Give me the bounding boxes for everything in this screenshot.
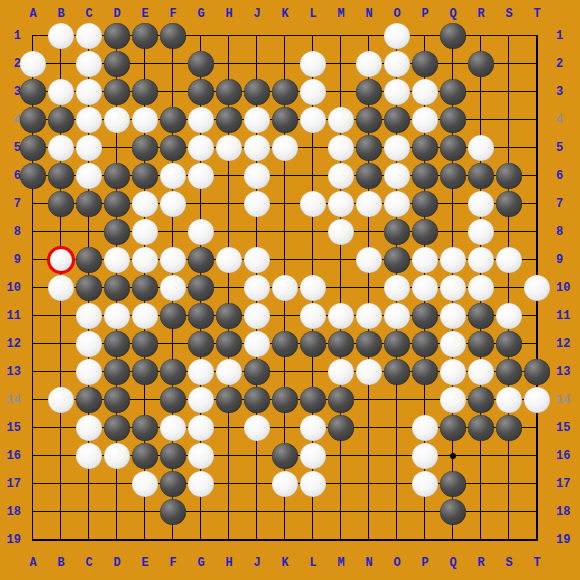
intersection-O9[interactable] bbox=[383, 246, 411, 274]
intersection-H9[interactable] bbox=[215, 246, 243, 274]
intersection-T12[interactable] bbox=[523, 330, 551, 358]
intersection-B18[interactable] bbox=[47, 498, 75, 526]
intersection-O5[interactable] bbox=[383, 134, 411, 162]
intersection-O8[interactable] bbox=[383, 218, 411, 246]
intersection-F10[interactable] bbox=[159, 274, 187, 302]
intersection-N12[interactable] bbox=[355, 330, 383, 358]
intersection-G13[interactable] bbox=[187, 358, 215, 386]
intersection-C14[interactable] bbox=[75, 386, 103, 414]
intersection-H12[interactable] bbox=[215, 330, 243, 358]
intersection-B13[interactable] bbox=[47, 358, 75, 386]
intersection-F6[interactable] bbox=[159, 162, 187, 190]
intersection-C9[interactable] bbox=[75, 246, 103, 274]
intersection-A4[interactable] bbox=[19, 106, 47, 134]
intersection-R10[interactable] bbox=[467, 274, 495, 302]
intersection-E16[interactable] bbox=[131, 442, 159, 470]
intersection-B2[interactable] bbox=[47, 50, 75, 78]
intersection-C15[interactable] bbox=[75, 414, 103, 442]
intersection-S14[interactable] bbox=[495, 386, 523, 414]
intersection-J17[interactable] bbox=[243, 470, 271, 498]
intersection-J11[interactable] bbox=[243, 302, 271, 330]
intersection-T2[interactable] bbox=[523, 50, 551, 78]
intersection-E8[interactable] bbox=[131, 218, 159, 246]
intersection-P5[interactable] bbox=[411, 134, 439, 162]
intersection-C18[interactable] bbox=[75, 498, 103, 526]
intersection-K16[interactable] bbox=[271, 442, 299, 470]
intersection-A13[interactable] bbox=[19, 358, 47, 386]
intersection-J3[interactable] bbox=[243, 78, 271, 106]
intersection-G2[interactable] bbox=[187, 50, 215, 78]
intersection-J14[interactable] bbox=[243, 386, 271, 414]
intersection-K6[interactable] bbox=[271, 162, 299, 190]
intersection-J7[interactable] bbox=[243, 190, 271, 218]
intersection-B10[interactable] bbox=[47, 274, 75, 302]
intersection-H5[interactable] bbox=[215, 134, 243, 162]
intersection-L1[interactable] bbox=[299, 22, 327, 50]
intersection-D13[interactable] bbox=[103, 358, 131, 386]
intersection-O7[interactable] bbox=[383, 190, 411, 218]
intersection-D5[interactable] bbox=[103, 134, 131, 162]
intersection-E12[interactable] bbox=[131, 330, 159, 358]
intersection-B4[interactable] bbox=[47, 106, 75, 134]
intersection-K5[interactable] bbox=[271, 134, 299, 162]
intersection-S4[interactable] bbox=[495, 106, 523, 134]
intersection-Q14[interactable] bbox=[439, 386, 467, 414]
intersection-R15[interactable] bbox=[467, 414, 495, 442]
intersection-R4[interactable] bbox=[467, 106, 495, 134]
intersection-H3[interactable] bbox=[215, 78, 243, 106]
intersection-H19[interactable] bbox=[215, 526, 243, 554]
intersection-D19[interactable] bbox=[103, 526, 131, 554]
intersection-Q10[interactable] bbox=[439, 274, 467, 302]
intersection-J6[interactable] bbox=[243, 162, 271, 190]
intersection-R12[interactable] bbox=[467, 330, 495, 358]
intersection-D18[interactable] bbox=[103, 498, 131, 526]
intersection-N13[interactable] bbox=[355, 358, 383, 386]
intersection-O13[interactable] bbox=[383, 358, 411, 386]
intersection-N10[interactable] bbox=[355, 274, 383, 302]
intersection-D1[interactable] bbox=[103, 22, 131, 50]
intersection-H15[interactable] bbox=[215, 414, 243, 442]
intersection-H2[interactable] bbox=[215, 50, 243, 78]
intersection-E11[interactable] bbox=[131, 302, 159, 330]
intersection-O1[interactable] bbox=[383, 22, 411, 50]
intersection-F8[interactable] bbox=[159, 218, 187, 246]
intersection-Q4[interactable] bbox=[439, 106, 467, 134]
intersection-T19[interactable] bbox=[523, 526, 551, 554]
intersection-T15[interactable] bbox=[523, 414, 551, 442]
intersection-M19[interactable] bbox=[327, 526, 355, 554]
intersection-M6[interactable] bbox=[327, 162, 355, 190]
intersection-M15[interactable] bbox=[327, 414, 355, 442]
intersection-B17[interactable] bbox=[47, 470, 75, 498]
intersection-S16[interactable] bbox=[495, 442, 523, 470]
intersection-O19[interactable] bbox=[383, 526, 411, 554]
intersection-P14[interactable] bbox=[411, 386, 439, 414]
intersection-C3[interactable] bbox=[75, 78, 103, 106]
intersection-P19[interactable] bbox=[411, 526, 439, 554]
intersection-O6[interactable] bbox=[383, 162, 411, 190]
intersection-C1[interactable] bbox=[75, 22, 103, 50]
intersection-T13[interactable] bbox=[523, 358, 551, 386]
intersection-A5[interactable] bbox=[19, 134, 47, 162]
intersection-M2[interactable] bbox=[327, 50, 355, 78]
intersection-J15[interactable] bbox=[243, 414, 271, 442]
intersection-H14[interactable] bbox=[215, 386, 243, 414]
intersection-O14[interactable] bbox=[383, 386, 411, 414]
intersection-A16[interactable] bbox=[19, 442, 47, 470]
intersection-D10[interactable] bbox=[103, 274, 131, 302]
intersection-H6[interactable] bbox=[215, 162, 243, 190]
intersection-L7[interactable] bbox=[299, 190, 327, 218]
intersection-E7[interactable] bbox=[131, 190, 159, 218]
intersection-C13[interactable] bbox=[75, 358, 103, 386]
intersection-F16[interactable] bbox=[159, 442, 187, 470]
intersection-S13[interactable] bbox=[495, 358, 523, 386]
intersection-T5[interactable] bbox=[523, 134, 551, 162]
intersection-O18[interactable] bbox=[383, 498, 411, 526]
intersection-M3[interactable] bbox=[327, 78, 355, 106]
intersection-L5[interactable] bbox=[299, 134, 327, 162]
intersection-G17[interactable] bbox=[187, 470, 215, 498]
intersection-B8[interactable] bbox=[47, 218, 75, 246]
intersection-T4[interactable] bbox=[523, 106, 551, 134]
intersection-T1[interactable] bbox=[523, 22, 551, 50]
intersection-F19[interactable] bbox=[159, 526, 187, 554]
intersection-T6[interactable] bbox=[523, 162, 551, 190]
intersection-M17[interactable] bbox=[327, 470, 355, 498]
intersection-S18[interactable] bbox=[495, 498, 523, 526]
intersection-E5[interactable] bbox=[131, 134, 159, 162]
intersection-B14[interactable] bbox=[47, 386, 75, 414]
intersection-P17[interactable] bbox=[411, 470, 439, 498]
intersection-C8[interactable] bbox=[75, 218, 103, 246]
intersection-O12[interactable] bbox=[383, 330, 411, 358]
intersection-R18[interactable] bbox=[467, 498, 495, 526]
intersection-E14[interactable] bbox=[131, 386, 159, 414]
intersection-K15[interactable] bbox=[271, 414, 299, 442]
intersection-R2[interactable] bbox=[467, 50, 495, 78]
intersection-L15[interactable] bbox=[299, 414, 327, 442]
intersection-F7[interactable] bbox=[159, 190, 187, 218]
intersection-J12[interactable] bbox=[243, 330, 271, 358]
intersection-S12[interactable] bbox=[495, 330, 523, 358]
intersection-B19[interactable] bbox=[47, 526, 75, 554]
intersection-L11[interactable] bbox=[299, 302, 327, 330]
intersection-M8[interactable] bbox=[327, 218, 355, 246]
intersection-C5[interactable] bbox=[75, 134, 103, 162]
intersection-C6[interactable] bbox=[75, 162, 103, 190]
intersection-P13[interactable] bbox=[411, 358, 439, 386]
intersection-F13[interactable] bbox=[159, 358, 187, 386]
intersection-A3[interactable] bbox=[19, 78, 47, 106]
intersection-P2[interactable] bbox=[411, 50, 439, 78]
intersection-Q5[interactable] bbox=[439, 134, 467, 162]
intersection-S9[interactable] bbox=[495, 246, 523, 274]
intersection-A7[interactable] bbox=[19, 190, 47, 218]
intersection-A12[interactable] bbox=[19, 330, 47, 358]
intersection-M9[interactable] bbox=[327, 246, 355, 274]
intersection-N16[interactable] bbox=[355, 442, 383, 470]
intersection-P12[interactable] bbox=[411, 330, 439, 358]
intersection-H8[interactable] bbox=[215, 218, 243, 246]
intersection-L16[interactable] bbox=[299, 442, 327, 470]
intersection-A15[interactable] bbox=[19, 414, 47, 442]
intersection-C11[interactable] bbox=[75, 302, 103, 330]
intersection-C7[interactable] bbox=[75, 190, 103, 218]
intersection-N7[interactable] bbox=[355, 190, 383, 218]
intersection-R17[interactable] bbox=[467, 470, 495, 498]
intersection-C10[interactable] bbox=[75, 274, 103, 302]
intersection-J5[interactable] bbox=[243, 134, 271, 162]
intersection-Q2[interactable] bbox=[439, 50, 467, 78]
intersection-H18[interactable] bbox=[215, 498, 243, 526]
intersection-R8[interactable] bbox=[467, 218, 495, 246]
intersection-A2[interactable] bbox=[19, 50, 47, 78]
intersection-E2[interactable] bbox=[131, 50, 159, 78]
intersection-H16[interactable] bbox=[215, 442, 243, 470]
intersection-Q1[interactable] bbox=[439, 22, 467, 50]
intersection-B1[interactable] bbox=[47, 22, 75, 50]
board-intersections[interactable] bbox=[19, 22, 551, 554]
intersection-D14[interactable] bbox=[103, 386, 131, 414]
intersection-F18[interactable] bbox=[159, 498, 187, 526]
intersection-M12[interactable] bbox=[327, 330, 355, 358]
intersection-A19[interactable] bbox=[19, 526, 47, 554]
intersection-Q19[interactable] bbox=[439, 526, 467, 554]
intersection-C2[interactable] bbox=[75, 50, 103, 78]
intersection-E1[interactable] bbox=[131, 22, 159, 50]
intersection-A17[interactable] bbox=[19, 470, 47, 498]
intersection-H13[interactable] bbox=[215, 358, 243, 386]
intersection-D11[interactable] bbox=[103, 302, 131, 330]
intersection-J13[interactable] bbox=[243, 358, 271, 386]
intersection-Q15[interactable] bbox=[439, 414, 467, 442]
intersection-L8[interactable] bbox=[299, 218, 327, 246]
intersection-T17[interactable] bbox=[523, 470, 551, 498]
intersection-L9[interactable] bbox=[299, 246, 327, 274]
intersection-N2[interactable] bbox=[355, 50, 383, 78]
intersection-Q18[interactable] bbox=[439, 498, 467, 526]
intersection-O4[interactable] bbox=[383, 106, 411, 134]
intersection-D7[interactable] bbox=[103, 190, 131, 218]
intersection-K13[interactable] bbox=[271, 358, 299, 386]
intersection-N8[interactable] bbox=[355, 218, 383, 246]
intersection-S7[interactable] bbox=[495, 190, 523, 218]
intersection-C19[interactable] bbox=[75, 526, 103, 554]
intersection-E19[interactable] bbox=[131, 526, 159, 554]
intersection-T8[interactable] bbox=[523, 218, 551, 246]
intersection-N6[interactable] bbox=[355, 162, 383, 190]
intersection-O17[interactable] bbox=[383, 470, 411, 498]
intersection-P8[interactable] bbox=[411, 218, 439, 246]
intersection-D17[interactable] bbox=[103, 470, 131, 498]
intersection-P15[interactable] bbox=[411, 414, 439, 442]
intersection-P16[interactable] bbox=[411, 442, 439, 470]
intersection-T16[interactable] bbox=[523, 442, 551, 470]
intersection-N17[interactable] bbox=[355, 470, 383, 498]
intersection-S17[interactable] bbox=[495, 470, 523, 498]
intersection-P7[interactable] bbox=[411, 190, 439, 218]
intersection-J9[interactable] bbox=[243, 246, 271, 274]
intersection-F17[interactable] bbox=[159, 470, 187, 498]
intersection-B5[interactable] bbox=[47, 134, 75, 162]
intersection-F14[interactable] bbox=[159, 386, 187, 414]
intersection-N1[interactable] bbox=[355, 22, 383, 50]
intersection-J19[interactable] bbox=[243, 526, 271, 554]
intersection-T7[interactable] bbox=[523, 190, 551, 218]
intersection-C16[interactable] bbox=[75, 442, 103, 470]
intersection-R1[interactable] bbox=[467, 22, 495, 50]
intersection-K17[interactable] bbox=[271, 470, 299, 498]
intersection-P9[interactable] bbox=[411, 246, 439, 274]
intersection-C17[interactable] bbox=[75, 470, 103, 498]
intersection-B16[interactable] bbox=[47, 442, 75, 470]
intersection-N5[interactable] bbox=[355, 134, 383, 162]
intersection-J16[interactable] bbox=[243, 442, 271, 470]
intersection-S1[interactable] bbox=[495, 22, 523, 50]
intersection-E9[interactable] bbox=[131, 246, 159, 274]
intersection-B7[interactable] bbox=[47, 190, 75, 218]
intersection-Q11[interactable] bbox=[439, 302, 467, 330]
intersection-M10[interactable] bbox=[327, 274, 355, 302]
intersection-S10[interactable] bbox=[495, 274, 523, 302]
intersection-T9[interactable] bbox=[523, 246, 551, 274]
intersection-Q6[interactable] bbox=[439, 162, 467, 190]
intersection-F12[interactable] bbox=[159, 330, 187, 358]
intersection-T3[interactable] bbox=[523, 78, 551, 106]
intersection-G14[interactable] bbox=[187, 386, 215, 414]
intersection-Q13[interactable] bbox=[439, 358, 467, 386]
intersection-J4[interactable] bbox=[243, 106, 271, 134]
intersection-A8[interactable] bbox=[19, 218, 47, 246]
intersection-F2[interactable] bbox=[159, 50, 187, 78]
intersection-L18[interactable] bbox=[299, 498, 327, 526]
intersection-K18[interactable] bbox=[271, 498, 299, 526]
intersection-K11[interactable] bbox=[271, 302, 299, 330]
intersection-O3[interactable] bbox=[383, 78, 411, 106]
intersection-M7[interactable] bbox=[327, 190, 355, 218]
intersection-P4[interactable] bbox=[411, 106, 439, 134]
intersection-O15[interactable] bbox=[383, 414, 411, 442]
intersection-K7[interactable] bbox=[271, 190, 299, 218]
intersection-H4[interactable] bbox=[215, 106, 243, 134]
intersection-D6[interactable] bbox=[103, 162, 131, 190]
intersection-J1[interactable] bbox=[243, 22, 271, 50]
intersection-K12[interactable] bbox=[271, 330, 299, 358]
intersection-S15[interactable] bbox=[495, 414, 523, 442]
intersection-G4[interactable] bbox=[187, 106, 215, 134]
intersection-N15[interactable] bbox=[355, 414, 383, 442]
intersection-O11[interactable] bbox=[383, 302, 411, 330]
intersection-K4[interactable] bbox=[271, 106, 299, 134]
intersection-M11[interactable] bbox=[327, 302, 355, 330]
intersection-G9[interactable] bbox=[187, 246, 215, 274]
intersection-S19[interactable] bbox=[495, 526, 523, 554]
intersection-C4[interactable] bbox=[75, 106, 103, 134]
intersection-S3[interactable] bbox=[495, 78, 523, 106]
intersection-O2[interactable] bbox=[383, 50, 411, 78]
intersection-R11[interactable] bbox=[467, 302, 495, 330]
intersection-D16[interactable] bbox=[103, 442, 131, 470]
intersection-D8[interactable] bbox=[103, 218, 131, 246]
intersection-R19[interactable] bbox=[467, 526, 495, 554]
intersection-D4[interactable] bbox=[103, 106, 131, 134]
intersection-P6[interactable] bbox=[411, 162, 439, 190]
intersection-R7[interactable] bbox=[467, 190, 495, 218]
intersection-G16[interactable] bbox=[187, 442, 215, 470]
intersection-D12[interactable] bbox=[103, 330, 131, 358]
intersection-P11[interactable] bbox=[411, 302, 439, 330]
intersection-E15[interactable] bbox=[131, 414, 159, 442]
intersection-R16[interactable] bbox=[467, 442, 495, 470]
intersection-L6[interactable] bbox=[299, 162, 327, 190]
intersection-Q17[interactable] bbox=[439, 470, 467, 498]
intersection-N18[interactable] bbox=[355, 498, 383, 526]
intersection-F1[interactable] bbox=[159, 22, 187, 50]
intersection-L14[interactable] bbox=[299, 386, 327, 414]
intersection-R14[interactable] bbox=[467, 386, 495, 414]
intersection-E10[interactable] bbox=[131, 274, 159, 302]
intersection-E3[interactable] bbox=[131, 78, 159, 106]
intersection-G12[interactable] bbox=[187, 330, 215, 358]
intersection-A9[interactable] bbox=[19, 246, 47, 274]
intersection-T18[interactable] bbox=[523, 498, 551, 526]
intersection-G1[interactable] bbox=[187, 22, 215, 50]
intersection-Q8[interactable] bbox=[439, 218, 467, 246]
intersection-P1[interactable] bbox=[411, 22, 439, 50]
intersection-H1[interactable] bbox=[215, 22, 243, 50]
intersection-F3[interactable] bbox=[159, 78, 187, 106]
intersection-D3[interactable] bbox=[103, 78, 131, 106]
intersection-K3[interactable] bbox=[271, 78, 299, 106]
intersection-L3[interactable] bbox=[299, 78, 327, 106]
intersection-M13[interactable] bbox=[327, 358, 355, 386]
intersection-F9[interactable] bbox=[159, 246, 187, 274]
intersection-T10[interactable] bbox=[523, 274, 551, 302]
intersection-G18[interactable] bbox=[187, 498, 215, 526]
intersection-O10[interactable] bbox=[383, 274, 411, 302]
intersection-K19[interactable] bbox=[271, 526, 299, 554]
intersection-H11[interactable] bbox=[215, 302, 243, 330]
intersection-G7[interactable] bbox=[187, 190, 215, 218]
intersection-C12[interactable] bbox=[75, 330, 103, 358]
intersection-S6[interactable] bbox=[495, 162, 523, 190]
intersection-S5[interactable] bbox=[495, 134, 523, 162]
intersection-F11[interactable] bbox=[159, 302, 187, 330]
intersection-G3[interactable] bbox=[187, 78, 215, 106]
intersection-E4[interactable] bbox=[131, 106, 159, 134]
intersection-N14[interactable] bbox=[355, 386, 383, 414]
intersection-E6[interactable] bbox=[131, 162, 159, 190]
intersection-A10[interactable] bbox=[19, 274, 47, 302]
intersection-Q16[interactable] bbox=[439, 442, 467, 470]
intersection-J2[interactable] bbox=[243, 50, 271, 78]
intersection-K10[interactable] bbox=[271, 274, 299, 302]
intersection-G15[interactable] bbox=[187, 414, 215, 442]
intersection-Q9[interactable] bbox=[439, 246, 467, 274]
intersection-G8[interactable] bbox=[187, 218, 215, 246]
intersection-P10[interactable] bbox=[411, 274, 439, 302]
intersection-L10[interactable] bbox=[299, 274, 327, 302]
intersection-N11[interactable] bbox=[355, 302, 383, 330]
intersection-A18[interactable] bbox=[19, 498, 47, 526]
intersection-B15[interactable] bbox=[47, 414, 75, 442]
intersection-R6[interactable] bbox=[467, 162, 495, 190]
intersection-T14[interactable] bbox=[523, 386, 551, 414]
intersection-J10[interactable] bbox=[243, 274, 271, 302]
intersection-G11[interactable] bbox=[187, 302, 215, 330]
